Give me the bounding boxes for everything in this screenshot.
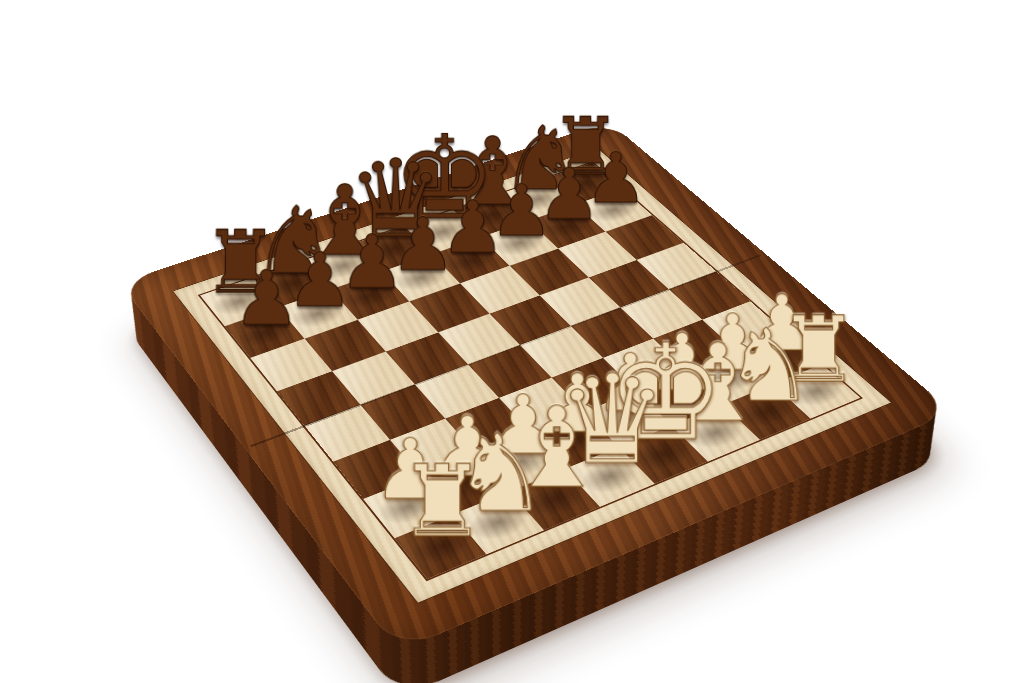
piece-glyph: ♟	[187, 263, 346, 335]
square-a1[interactable]: ♜	[395, 514, 487, 578]
piece-glyph: ♜	[353, 455, 533, 549]
square-c5[interactable]	[386, 332, 468, 384]
chess-set: ♜♞♝♛♚♝♞♜♟♟♟♟♟♟♟♟♟♟♟♟♟♟♟♟♜♞♝♛♚♝♞♜	[120, 121, 953, 651]
scene: ♜♞♝♛♚♝♞♜♟♟♟♟♟♟♟♟♟♟♟♟♟♟♟♟♜♞♝♛♚♝♞♜	[0, 0, 1024, 683]
case-top-frame: ♜♞♝♛♚♝♞♜♟♟♟♟♟♟♟♟♟♟♟♟♟♟♟♟♜♞♝♛♚♝♞♜	[120, 121, 953, 651]
square-a7[interactable]: ♟	[225, 308, 305, 358]
